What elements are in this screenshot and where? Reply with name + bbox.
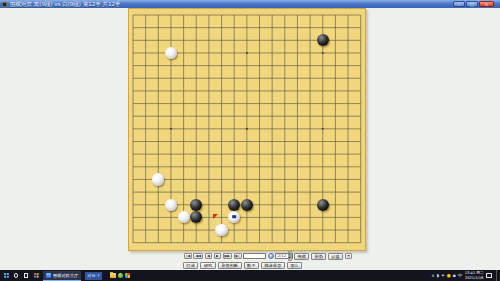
- tool-button-5[interactable]: 退出: [287, 262, 302, 269]
- taskbar-item-game[interactable]: 对局-7: [85, 272, 102, 280]
- go-board[interactable]: [128, 8, 366, 251]
- taskbar-left: 围棋对弈大厅 对局-7: [1, 270, 130, 281]
- close-button[interactable]: ✕: [479, 1, 494, 7]
- task-view-icon[interactable]: [23, 272, 29, 279]
- tool-button-1[interactable]: 研究: [200, 262, 215, 269]
- folder-icon[interactable]: [110, 273, 116, 278]
- stone-white-C6: [152, 173, 164, 185]
- tray-icon-0[interactable]: ∧: [431, 270, 434, 281]
- window-title: 围棋对弈 黑(9段) vs 白(9段) 第12手 共12手: [10, 0, 120, 8]
- window-titlebar[interactable]: 围棋对弈 黑(9段) vs 白(9段) 第12手 共12手 — □ ✕: [0, 0, 500, 8]
- green-app-icon[interactable]: [118, 273, 123, 278]
- app-grid-icon[interactable]: [33, 272, 39, 279]
- round-indicator-icon: [268, 253, 274, 259]
- start-button-icon[interactable]: [4, 273, 9, 278]
- menu-small-button[interactable]: ≡: [345, 253, 353, 260]
- colorful-app-icon[interactable]: [125, 273, 130, 278]
- minimize-button[interactable]: —: [453, 1, 465, 7]
- stone-black-K4: [241, 199, 253, 211]
- stone-white-D4: [165, 199, 177, 211]
- search-icon[interactable]: [13, 272, 19, 279]
- tool-button-2[interactable]: 形势判断: [218, 262, 242, 269]
- action-button-0[interactable]: 悔棋: [294, 253, 309, 260]
- taskbar-pinned-icons: [110, 273, 130, 278]
- app-icon: [2, 2, 7, 7]
- tray-icons: ∧◗✦●▪中: [431, 270, 462, 281]
- desktop: 围棋对弈 黑(9段) vs 白(9段) 第12手 共12手 — □ ✕ |◀◀◀…: [0, 0, 500, 281]
- nav-button-5[interactable]: ▶|: [234, 253, 242, 260]
- game-action-bar: 打谱研究形势判断数子棋谱保存退出: [183, 261, 302, 269]
- move-spinner-value: 2/12: [276, 253, 288, 259]
- move-input[interactable]: [243, 253, 266, 260]
- tool-button-4[interactable]: 棋谱保存: [261, 262, 285, 269]
- stone-black-J4: [228, 199, 240, 211]
- taskbar: 围棋对弈大厅 对局-7 ∧◗✦●▪中 13:41 周二 2021/1/16: [0, 270, 500, 281]
- move-spinner[interactable]: 2/12▲▼: [275, 253, 293, 260]
- maximize-button[interactable]: □: [466, 1, 478, 7]
- clock-date: 2021/1/16: [465, 276, 483, 280]
- nav-button-0[interactable]: |◀: [184, 253, 192, 260]
- last-move-marker: [232, 215, 236, 219]
- stone-black-Q4: [317, 199, 329, 211]
- show-desktop-button[interactable]: [496, 270, 498, 281]
- window-controls: — □ ✕: [453, 1, 494, 7]
- action-button-2[interactable]: 认输: [328, 253, 343, 260]
- tray-icon-1[interactable]: ◗: [437, 270, 439, 281]
- go-app-icon: [46, 273, 51, 278]
- tray-icon-5[interactable]: 中: [458, 270, 463, 281]
- nav-button-1[interactable]: ◀◀: [193, 253, 203, 260]
- action-center-icon[interactable]: [486, 273, 492, 278]
- nav-button-2[interactable]: ◀: [205, 253, 213, 260]
- taskbar-clock[interactable]: 13:41 周二 2021/1/16: [465, 271, 484, 280]
- tray-icon-3[interactable]: ●: [447, 270, 451, 281]
- tool-button-0[interactable]: 打谱: [183, 262, 198, 269]
- taskbar-item-active[interactable]: 围棋对弈大厅: [43, 271, 81, 281]
- game-nav-bar: |◀◀◀◀▶▶▶▶|2/12▲▼悔棋形势认输≡: [184, 252, 352, 260]
- red-triangle-marker: [213, 214, 218, 219]
- stone-white-H2: [215, 224, 227, 236]
- tray-icon-2[interactable]: ✦: [441, 270, 445, 281]
- action-button-1[interactable]: 形势: [311, 253, 326, 260]
- tool-button-3[interactable]: 数子: [244, 262, 259, 269]
- tray-icon-4[interactable]: ▪: [453, 270, 456, 281]
- system-tray: ∧◗✦●▪中 13:41 周二 2021/1/16: [431, 270, 499, 281]
- nav-button-3[interactable]: ▶: [214, 253, 222, 260]
- nav-button-4[interactable]: ▶▶: [223, 253, 233, 260]
- stone-white-D16: [165, 47, 177, 59]
